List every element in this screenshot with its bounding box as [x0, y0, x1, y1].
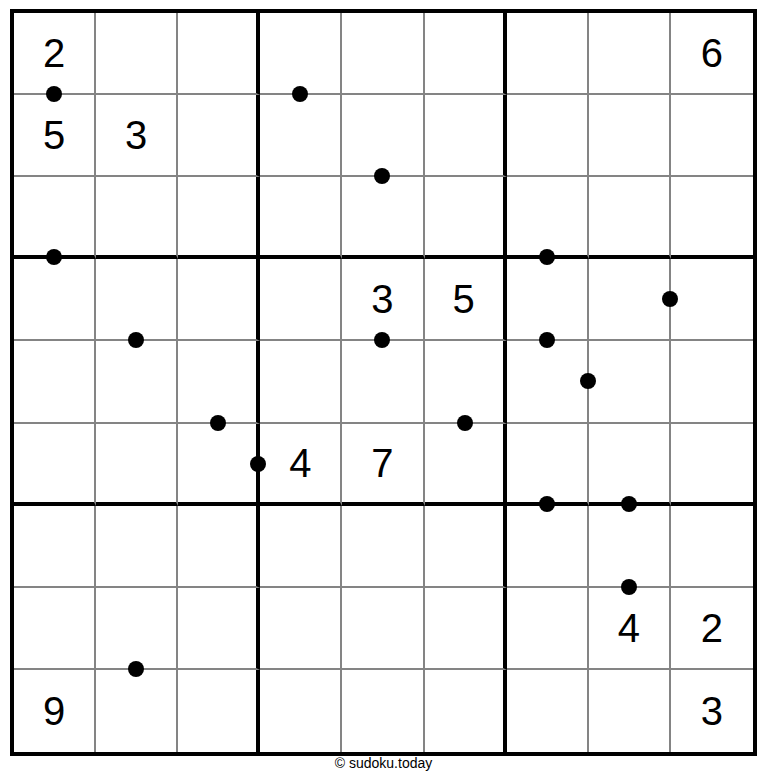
given-digit-r6c5[interactable]: 7 [342, 424, 424, 506]
cell-r4c3[interactable] [178, 259, 260, 341]
cell-r3c4[interactable] [260, 177, 342, 259]
cell-r7c2[interactable] [96, 506, 178, 588]
cell-r7c6[interactable] [425, 506, 507, 588]
given-digit-r2c1[interactable]: 5 [14, 95, 96, 177]
cell-r3c1[interactable] [14, 177, 96, 259]
cell-r1c7[interactable] [507, 13, 589, 95]
cell-r1c5[interactable] [342, 13, 424, 95]
cell-r8c4[interactable] [260, 588, 342, 670]
cell-r8c3[interactable] [178, 588, 260, 670]
cell-r9c8[interactable] [589, 670, 671, 752]
cell-r1c8[interactable] [589, 13, 671, 95]
cell-r5c2[interactable] [96, 341, 178, 423]
cell-r7c9[interactable] [671, 506, 753, 588]
cell-r8c7[interactable] [507, 588, 589, 670]
cell-r8c2[interactable] [96, 588, 178, 670]
cell-r5c5[interactable] [342, 341, 424, 423]
cell-r6c9[interactable] [671, 424, 753, 506]
cell-r3c8[interactable] [589, 177, 671, 259]
copyright-text: © sudoku.today [0, 755, 767, 771]
given-digit-r8c9[interactable]: 2 [671, 588, 753, 670]
cell-r9c3[interactable] [178, 670, 260, 752]
cell-r5c6[interactable] [425, 341, 507, 423]
cell-r3c7[interactable] [507, 177, 589, 259]
cell-r4c4[interactable] [260, 259, 342, 341]
cell-r7c1[interactable] [14, 506, 96, 588]
sudoku-board: 265335474293 [10, 9, 757, 756]
cell-r3c5[interactable] [342, 177, 424, 259]
cell-r6c1[interactable] [14, 424, 96, 506]
cell-r9c2[interactable] [96, 670, 178, 752]
cell-r1c6[interactable] [425, 13, 507, 95]
cell-r1c4[interactable] [260, 13, 342, 95]
cell-r9c5[interactable] [342, 670, 424, 752]
cell-r3c3[interactable] [178, 177, 260, 259]
given-digit-r6c4[interactable]: 4 [260, 424, 342, 506]
given-digit-r4c6[interactable]: 5 [425, 259, 507, 341]
given-digit-r2c2[interactable]: 3 [96, 95, 178, 177]
given-digit-r9c1[interactable]: 9 [14, 670, 96, 752]
cell-r6c2[interactable] [96, 424, 178, 506]
cell-r6c7[interactable] [507, 424, 589, 506]
cell-r6c6[interactable] [425, 424, 507, 506]
cell-r8c1[interactable] [14, 588, 96, 670]
given-digit-r8c8[interactable]: 4 [589, 588, 671, 670]
cell-r4c7[interactable] [507, 259, 589, 341]
cell-r2c7[interactable] [507, 95, 589, 177]
cell-r2c9[interactable] [671, 95, 753, 177]
cell-r9c7[interactable] [507, 670, 589, 752]
cell-r6c3[interactable] [178, 424, 260, 506]
cell-r1c3[interactable] [178, 13, 260, 95]
cell-r4c8[interactable] [589, 259, 671, 341]
given-digit-r1c9[interactable]: 6 [671, 13, 753, 95]
cell-r8c5[interactable] [342, 588, 424, 670]
cell-r5c1[interactable] [14, 341, 96, 423]
cell-r3c9[interactable] [671, 177, 753, 259]
cell-r5c7[interactable] [507, 341, 589, 423]
sudoku-page: 265335474293 © sudoku.today [0, 0, 767, 777]
cell-r7c5[interactable] [342, 506, 424, 588]
cell-r5c4[interactable] [260, 341, 342, 423]
cell-r7c8[interactable] [589, 506, 671, 588]
cell-r5c3[interactable] [178, 341, 260, 423]
cell-r7c4[interactable] [260, 506, 342, 588]
given-digit-r1c1[interactable]: 2 [14, 13, 96, 95]
cell-r2c4[interactable] [260, 95, 342, 177]
cell-r2c8[interactable] [589, 95, 671, 177]
cell-r2c3[interactable] [178, 95, 260, 177]
cell-r8c6[interactable] [425, 588, 507, 670]
cell-r2c6[interactable] [425, 95, 507, 177]
cell-r1c2[interactable] [96, 13, 178, 95]
cell-r4c1[interactable] [14, 259, 96, 341]
cell-r5c9[interactable] [671, 341, 753, 423]
given-digit-r9c9[interactable]: 3 [671, 670, 753, 752]
cell-r9c6[interactable] [425, 670, 507, 752]
cell-r4c9[interactable] [671, 259, 753, 341]
cell-r7c3[interactable] [178, 506, 260, 588]
cell-r5c8[interactable] [589, 341, 671, 423]
cell-r3c6[interactable] [425, 177, 507, 259]
cell-r3c2[interactable] [96, 177, 178, 259]
cell-r4c2[interactable] [96, 259, 178, 341]
cell-r2c5[interactable] [342, 95, 424, 177]
cell-r7c7[interactable] [507, 506, 589, 588]
given-digit-r4c5[interactable]: 3 [342, 259, 424, 341]
cell-r9c4[interactable] [260, 670, 342, 752]
cell-r6c8[interactable] [589, 424, 671, 506]
